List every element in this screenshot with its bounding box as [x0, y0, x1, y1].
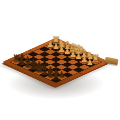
product-photo: ♜♟♞♟♝♟♛♟♚♟♝♟♟♞♜♟♟♜♞♟♟♝♟♛♟♚♟♝♟♞♟♜ [0, 0, 120, 120]
clasp-latch [105, 57, 119, 65]
